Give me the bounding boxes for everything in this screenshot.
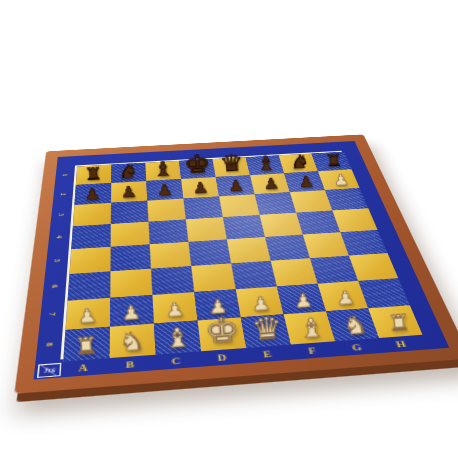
square-e8[interactable]: ♛	[241, 314, 291, 348]
piece-light-queen-e8[interactable]: ♛	[251, 313, 284, 345]
board-border: ♜♞♝♚♛♝♞♜♟♟♟♟♟♟♟♟♟♟♟♟♟♟♟♜♞♝♚♛♝♞♜ 12345678…	[34, 141, 450, 380]
piece-dark-rook-a1[interactable]: ♜	[84, 166, 103, 184]
square-c5[interactable]	[150, 242, 192, 269]
square-e2[interactable]: ♟	[216, 175, 255, 196]
square-h7[interactable]	[359, 278, 411, 308]
file-label-h: H	[392, 339, 410, 350]
piece-light-rook-a8[interactable]: ♜	[74, 334, 99, 358]
square-c4[interactable]	[149, 220, 189, 245]
square-g4[interactable]	[297, 211, 341, 235]
square-h4[interactable]	[333, 208, 378, 232]
square-g6[interactable]	[310, 256, 358, 284]
piece-dark-bishop-c1[interactable]: ♝	[152, 159, 174, 180]
square-f8[interactable]: ♝	[284, 311, 336, 344]
file-label-f: F	[304, 346, 322, 357]
square-h2[interactable]: ♟	[318, 169, 360, 190]
piece-light-bishop-f8[interactable]: ♝	[298, 314, 327, 342]
rank-label-1: 1	[61, 172, 71, 177]
square-a6[interactable]	[68, 271, 111, 300]
piece-light-knight-b8[interactable]: ♞	[119, 328, 146, 355]
piece-light-bishop-c8[interactable]: ♝	[163, 324, 192, 352]
piece-light-pawn-a7[interactable]: ♟	[77, 307, 98, 327]
rank-label-8: 8	[43, 340, 56, 349]
square-a8[interactable]: ♜	[64, 327, 111, 362]
piece-dark-pawn-g2[interactable]: ♟	[298, 175, 315, 191]
chess-board: ♜♞♝♚♛♝♞♜♟♟♟♟♟♟♟♟♟♟♟♟♟♟♟♜♞♝♚♛♝♞♜ 12345678…	[15, 135, 458, 394]
square-h1[interactable]: ♜	[312, 152, 352, 171]
square-e1[interactable]: ♛	[213, 157, 251, 177]
square-c3[interactable]	[148, 199, 186, 222]
board-grid: ♜♞♝♚♛♝♞♜♟♟♟♟♟♟♟♟♟♟♟♟♟♟♟♜♞♝♚♛♝♞♜	[61, 151, 419, 360]
square-d8[interactable]: ♚	[198, 318, 247, 352]
square-b6[interactable]	[111, 269, 153, 298]
piece-light-pawn-g7[interactable]: ♟	[336, 289, 356, 309]
wooden-frame: ♜♞♝♚♛♝♞♜♟♟♟♟♟♟♟♟♟♟♟♟♟♟♟♜♞♝♚♛♝♞♜ 12345678…	[15, 135, 458, 394]
square-a4[interactable]	[72, 224, 112, 249]
square-b7[interactable]: ♟	[110, 295, 154, 327]
square-g5[interactable]	[303, 232, 349, 258]
square-e6[interactable]	[232, 261, 278, 290]
piece-dark-knight-g1[interactable]: ♞	[290, 152, 311, 171]
rank-label-5: 5	[52, 257, 63, 264]
square-h8[interactable]: ♜	[369, 305, 423, 338]
file-label-g: G	[348, 343, 366, 354]
square-d6[interactable]	[192, 264, 237, 293]
product-photo-stage: ♜♞♝♚♛♝♞♜♟♟♟♟♟♟♟♟♟♟♟♟♟♟♟♜♞♝♚♛♝♞♜ 12345678…	[0, 0, 458, 458]
square-a1[interactable]: ♜	[76, 165, 111, 185]
piece-light-pawn-h2[interactable]: ♟	[333, 173, 350, 189]
square-c8[interactable]: ♝	[154, 321, 201, 355]
piece-dark-pawn-a2[interactable]: ♟	[84, 187, 101, 203]
square-e4[interactable]	[223, 215, 265, 240]
square-c6[interactable]	[151, 266, 194, 295]
rank-label-3: 3	[57, 212, 67, 218]
square-b8[interactable]: ♞	[110, 324, 156, 359]
piece-dark-pawn-b2[interactable]: ♟	[121, 185, 138, 201]
file-label-c: C	[168, 356, 184, 367]
square-a5[interactable]	[70, 247, 111, 274]
square-b5[interactable]	[111, 244, 152, 271]
rank-label-7: 7	[46, 310, 58, 319]
piece-light-pawn-c7[interactable]: ♟	[165, 301, 186, 321]
piece-light-knight-g8[interactable]: ♞	[342, 312, 369, 338]
square-b4[interactable]	[111, 222, 150, 247]
square-g8[interactable]: ♞	[326, 308, 379, 341]
square-d2[interactable]: ♟	[182, 177, 220, 198]
piece-dark-pawn-c2[interactable]: ♟	[157, 183, 174, 199]
square-f5[interactable]	[265, 235, 310, 261]
piece-dark-pawn-f2[interactable]: ♟	[263, 177, 280, 193]
square-e3[interactable]	[220, 194, 260, 217]
rank-label-2: 2	[59, 191, 69, 197]
square-c2[interactable]: ♟	[147, 179, 184, 201]
square-a3[interactable]	[73, 203, 111, 226]
square-d5[interactable]	[189, 240, 232, 267]
piece-dark-pawn-d2[interactable]: ♟	[192, 181, 209, 197]
square-b3[interactable]	[111, 201, 149, 224]
square-b2[interactable]: ♟	[111, 181, 147, 203]
maker-logo: hs	[37, 363, 62, 378]
square-c7[interactable]: ♟	[153, 292, 198, 323]
piece-light-king-d8[interactable]: ♚	[204, 312, 241, 349]
square-a2[interactable]: ♟	[75, 183, 112, 205]
square-c1[interactable]: ♝	[146, 161, 182, 181]
square-h6[interactable]	[349, 253, 398, 281]
file-label-d: D	[214, 353, 231, 364]
rank-label-6: 6	[49, 283, 61, 291]
piece-light-pawn-b7[interactable]: ♟	[121, 304, 142, 324]
piece-dark-queen-e1[interactable]: ♛	[220, 152, 245, 176]
piece-light-rook-h8[interactable]: ♜	[387, 312, 411, 335]
piece-dark-pawn-e2[interactable]: ♟	[228, 179, 245, 195]
piece-light-pawn-f7[interactable]: ♟	[294, 292, 315, 312]
square-b1[interactable]: ♞	[112, 163, 147, 183]
square-d1[interactable]: ♚	[179, 159, 216, 179]
square-h5[interactable]	[341, 230, 388, 256]
square-d3[interactable]	[184, 197, 223, 220]
piece-dark-king-d1[interactable]: ♚	[183, 151, 212, 178]
square-f4[interactable]	[260, 213, 303, 237]
rank-label-4: 4	[54, 234, 65, 241]
file-label-b: B	[122, 359, 138, 370]
piece-dark-bishop-f1[interactable]: ♝	[255, 153, 277, 174]
square-d4[interactable]	[186, 217, 227, 242]
file-label-e: E	[259, 349, 276, 360]
square-e5[interactable]	[227, 237, 271, 263]
square-a7[interactable]: ♟	[66, 298, 111, 330]
piece-dark-knight-b1[interactable]: ♞	[118, 162, 139, 182]
piece-dark-rook-h1[interactable]: ♜	[325, 152, 344, 169]
square-h3[interactable]	[325, 188, 368, 210]
file-label-a: A	[75, 363, 91, 374]
